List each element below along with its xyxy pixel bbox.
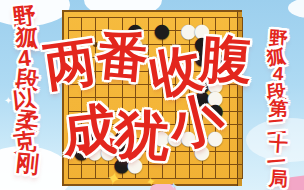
banner-title-line2: 成犹小 [62, 90, 224, 163]
star-icon: ✦ [170, 182, 178, 190]
banner-title-line1: 两番收腹 [44, 24, 252, 94]
star-icon: ✦ [145, 175, 157, 189]
left-caption: 野狐4段以柔克刚 [6, 6, 44, 174]
star-icon: ✦ [104, 169, 123, 190]
caption-char: 成 [59, 92, 120, 170]
caption-char: 小 [161, 81, 231, 165]
right-caption: 野狐4段第二十一局 [258, 30, 296, 188]
caption-char: 番 [93, 20, 151, 94]
caption-char: 犹 [113, 97, 172, 174]
caption-char: 刚 [14, 152, 39, 175]
caption-char: 局 [268, 169, 288, 188]
video-thumbnail[interactable]: ●●●●●●●●●●●●●●●●●●●●●●●●●●●●●● ✦ ✦ ✦ ✦ 野… [0, 0, 304, 190]
cloud [288, 0, 304, 18]
